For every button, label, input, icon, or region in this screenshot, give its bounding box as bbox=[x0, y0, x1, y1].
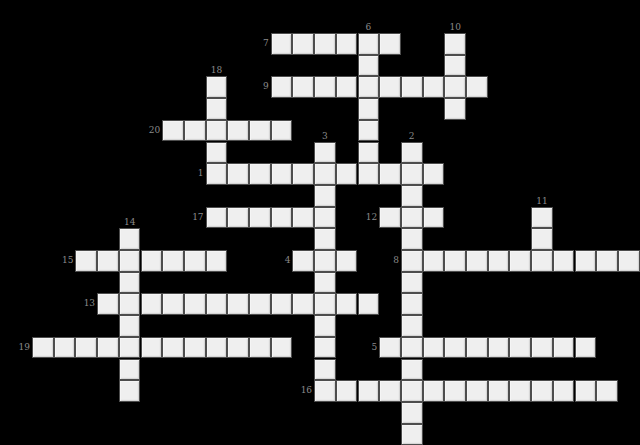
clue-number-down-3: 3 bbox=[314, 131, 336, 141]
cell-r4c9[interactable] bbox=[206, 98, 228, 120]
cell-r8c14[interactable] bbox=[314, 185, 336, 207]
cell-r6c16[interactable] bbox=[358, 142, 380, 164]
cell-r3c12[interactable] bbox=[271, 76, 293, 98]
clue-number-across-12: 12 bbox=[362, 207, 377, 229]
cell-r19c18[interactable] bbox=[401, 424, 423, 445]
cell-r11c28[interactable] bbox=[618, 250, 640, 272]
cell-r9c11[interactable] bbox=[249, 207, 271, 229]
cell-r9c24[interactable] bbox=[531, 207, 553, 229]
cell-r11c13[interactable] bbox=[292, 250, 314, 272]
cell-r15c7[interactable] bbox=[162, 337, 184, 359]
cell-r5c12[interactable] bbox=[271, 120, 293, 142]
cell-r17c25[interactable] bbox=[553, 380, 575, 402]
cell-r7c16[interactable] bbox=[358, 163, 380, 185]
cell-r7c11[interactable] bbox=[249, 163, 271, 185]
cell-r5c8[interactable] bbox=[184, 120, 206, 142]
cell-r13c6[interactable] bbox=[141, 293, 163, 315]
cell-r3c9[interactable] bbox=[206, 76, 228, 98]
cell-r7c12[interactable] bbox=[271, 163, 293, 185]
cell-r15c12[interactable] bbox=[271, 337, 293, 359]
clue-number-down-6: 6 bbox=[358, 22, 380, 32]
cell-r2c20[interactable] bbox=[444, 55, 466, 77]
clue-number-across-15: 15 bbox=[58, 250, 73, 272]
cell-r3c18[interactable] bbox=[401, 76, 423, 98]
cell-r17c17[interactable] bbox=[379, 380, 401, 402]
cell-r5c9[interactable] bbox=[206, 120, 228, 142]
cell-r15c19[interactable] bbox=[423, 337, 445, 359]
cell-r17c20[interactable] bbox=[444, 380, 466, 402]
cell-r12c5[interactable] bbox=[119, 272, 141, 294]
cell-r7c15[interactable] bbox=[336, 163, 358, 185]
cell-r11c7[interactable] bbox=[162, 250, 184, 272]
cell-r11c26[interactable] bbox=[575, 250, 597, 272]
cell-r14c5[interactable] bbox=[119, 315, 141, 337]
cell-r3c19[interactable] bbox=[423, 76, 445, 98]
cell-r3c16[interactable] bbox=[358, 76, 380, 98]
cell-r17c22[interactable] bbox=[488, 380, 510, 402]
cell-r1c20[interactable] bbox=[444, 33, 466, 55]
cell-r3c20[interactable] bbox=[444, 76, 466, 98]
cell-r13c4[interactable] bbox=[97, 293, 119, 315]
cell-r13c15[interactable] bbox=[336, 293, 358, 315]
clue-number-across-13: 13 bbox=[80, 293, 95, 315]
crossword-board: 7920117121548131951661018321114 bbox=[0, 0, 640, 445]
cell-r18c18[interactable] bbox=[401, 402, 423, 424]
cell-r3c13[interactable] bbox=[292, 76, 314, 98]
clue-number-across-4: 4 bbox=[275, 250, 290, 272]
cell-r8c18[interactable] bbox=[401, 185, 423, 207]
cell-r11c5[interactable] bbox=[119, 250, 141, 272]
cell-r11c6[interactable] bbox=[141, 250, 163, 272]
cell-r15c4[interactable] bbox=[97, 337, 119, 359]
cell-r13c14[interactable] bbox=[314, 293, 336, 315]
cell-r12c14[interactable] bbox=[314, 272, 336, 294]
cell-r15c17[interactable] bbox=[379, 337, 401, 359]
cell-r5c16[interactable] bbox=[358, 120, 380, 142]
cell-r4c20[interactable] bbox=[444, 98, 466, 120]
cell-r13c9[interactable] bbox=[206, 293, 228, 315]
cell-r15c25[interactable] bbox=[553, 337, 575, 359]
cell-r7c18[interactable] bbox=[401, 163, 423, 185]
cell-r10c5[interactable] bbox=[119, 228, 141, 250]
cell-r5c7[interactable] bbox=[162, 120, 184, 142]
cell-r1c14[interactable] bbox=[314, 33, 336, 55]
clue-number-across-20: 20 bbox=[145, 120, 160, 142]
cell-r6c9[interactable] bbox=[206, 142, 228, 164]
cell-r17c23[interactable] bbox=[509, 380, 531, 402]
cell-r16c18[interactable] bbox=[401, 359, 423, 381]
cell-r11c19[interactable] bbox=[423, 250, 445, 272]
cell-r17c5[interactable] bbox=[119, 380, 141, 402]
clue-number-down-2: 2 bbox=[401, 131, 423, 141]
cell-r7c9[interactable] bbox=[206, 163, 228, 185]
clue-number-down-14: 14 bbox=[119, 217, 141, 227]
cell-r14c18[interactable] bbox=[401, 315, 423, 337]
clue-number-across-19: 19 bbox=[15, 337, 30, 359]
cell-r15c1[interactable] bbox=[32, 337, 54, 359]
cell-r17c16[interactable] bbox=[358, 380, 380, 402]
cell-r16c14[interactable] bbox=[314, 359, 336, 381]
cell-r13c18[interactable] bbox=[401, 293, 423, 315]
cell-r15c26[interactable] bbox=[575, 337, 597, 359]
clue-number-across-8: 8 bbox=[384, 250, 399, 272]
cell-r9c12[interactable] bbox=[271, 207, 293, 229]
clue-number-down-11: 11 bbox=[531, 196, 553, 206]
cell-r1c15[interactable] bbox=[336, 33, 358, 55]
cell-r7c14[interactable] bbox=[314, 163, 336, 185]
cell-r1c13[interactable] bbox=[292, 33, 314, 55]
cell-r17c24[interactable] bbox=[531, 380, 553, 402]
cell-r17c15[interactable] bbox=[336, 380, 358, 402]
cell-r3c15[interactable] bbox=[336, 76, 358, 98]
cell-r9c10[interactable] bbox=[227, 207, 249, 229]
cell-r7c17[interactable] bbox=[379, 163, 401, 185]
cell-r11c25[interactable] bbox=[553, 250, 575, 272]
cell-r1c12[interactable] bbox=[271, 33, 293, 55]
cell-r7c19[interactable] bbox=[423, 163, 445, 185]
cell-r15c9[interactable] bbox=[206, 337, 228, 359]
cell-r4c16[interactable] bbox=[358, 98, 380, 120]
page-background: { "game": "crossword", "puzzle_type": "c… bbox=[0, 0, 640, 445]
cell-r17c26[interactable] bbox=[575, 380, 597, 402]
cell-r11c14[interactable] bbox=[314, 250, 336, 272]
cell-r6c18[interactable] bbox=[401, 142, 423, 164]
cell-r15c18[interactable] bbox=[401, 337, 423, 359]
cell-r9c14[interactable] bbox=[314, 207, 336, 229]
cell-r17c21[interactable] bbox=[466, 380, 488, 402]
cell-r15c11[interactable] bbox=[249, 337, 271, 359]
clue-number-across-1: 1 bbox=[189, 163, 204, 185]
cell-r9c9[interactable] bbox=[206, 207, 228, 229]
cell-r9c17[interactable] bbox=[379, 207, 401, 229]
cell-r15c24[interactable] bbox=[531, 337, 553, 359]
cell-r11c9[interactable] bbox=[206, 250, 228, 272]
cell-r7c13[interactable] bbox=[292, 163, 314, 185]
cell-r17c27[interactable] bbox=[596, 380, 618, 402]
cell-r15c2[interactable] bbox=[54, 337, 76, 359]
cell-r10c24[interactable] bbox=[531, 228, 553, 250]
cell-r7c10[interactable] bbox=[227, 163, 249, 185]
clue-number-across-17: 17 bbox=[189, 207, 204, 229]
cell-r5c11[interactable] bbox=[249, 120, 271, 142]
cell-r1c17[interactable] bbox=[379, 33, 401, 55]
cell-r13c10[interactable] bbox=[227, 293, 249, 315]
cell-r15c6[interactable] bbox=[141, 337, 163, 359]
clue-number-down-18: 18 bbox=[206, 65, 228, 75]
cell-r10c14[interactable] bbox=[314, 228, 336, 250]
cell-r11c8[interactable] bbox=[184, 250, 206, 272]
cell-r15c8[interactable] bbox=[184, 337, 206, 359]
cell-r3c17[interactable] bbox=[379, 76, 401, 98]
cell-r15c23[interactable] bbox=[509, 337, 531, 359]
cell-r5c10[interactable] bbox=[227, 120, 249, 142]
cell-r10c18[interactable] bbox=[401, 228, 423, 250]
cell-r16c5[interactable] bbox=[119, 359, 141, 381]
cell-r6c14[interactable] bbox=[314, 142, 336, 164]
cell-r15c20[interactable] bbox=[444, 337, 466, 359]
cell-r3c21[interactable] bbox=[466, 76, 488, 98]
cell-r9c13[interactable] bbox=[292, 207, 314, 229]
cell-r17c18[interactable] bbox=[401, 380, 423, 402]
cell-r11c18[interactable] bbox=[401, 250, 423, 272]
cell-r13c16[interactable] bbox=[358, 293, 380, 315]
cell-r12c18[interactable] bbox=[401, 272, 423, 294]
cell-r14c14[interactable] bbox=[314, 315, 336, 337]
cell-r13c13[interactable] bbox=[292, 293, 314, 315]
cell-r13c7[interactable] bbox=[162, 293, 184, 315]
clue-number-across-16: 16 bbox=[297, 380, 312, 402]
cell-r15c21[interactable] bbox=[466, 337, 488, 359]
cell-r17c19[interactable] bbox=[423, 380, 445, 402]
clue-number-across-7: 7 bbox=[254, 33, 269, 55]
cell-r13c8[interactable] bbox=[184, 293, 206, 315]
cell-r15c3[interactable] bbox=[75, 337, 97, 359]
cell-r2c16[interactable] bbox=[358, 55, 380, 77]
cell-r13c12[interactable] bbox=[271, 293, 293, 315]
cell-r11c23[interactable] bbox=[509, 250, 531, 272]
cell-r17c14[interactable] bbox=[314, 380, 336, 402]
cell-r13c11[interactable] bbox=[249, 293, 271, 315]
cell-r9c19[interactable] bbox=[423, 207, 445, 229]
cell-r15c14[interactable] bbox=[314, 337, 336, 359]
cell-r15c5[interactable] bbox=[119, 337, 141, 359]
cell-r3c14[interactable] bbox=[314, 76, 336, 98]
cell-r13c5[interactable] bbox=[119, 293, 141, 315]
clue-number-across-5: 5 bbox=[362, 337, 377, 359]
clue-number-across-9: 9 bbox=[254, 76, 269, 98]
cell-r15c10[interactable] bbox=[227, 337, 249, 359]
cell-r11c3[interactable] bbox=[75, 250, 97, 272]
cell-r1c16[interactable] bbox=[358, 33, 380, 55]
cell-r11c21[interactable] bbox=[466, 250, 488, 272]
cell-r11c4[interactable] bbox=[97, 250, 119, 272]
cell-r15c22[interactable] bbox=[488, 337, 510, 359]
cell-r11c20[interactable] bbox=[444, 250, 466, 272]
clue-number-down-10: 10 bbox=[444, 22, 466, 32]
cell-r11c22[interactable] bbox=[488, 250, 510, 272]
cell-r11c15[interactable] bbox=[336, 250, 358, 272]
cell-r9c18[interactable] bbox=[401, 207, 423, 229]
cell-r11c27[interactable] bbox=[596, 250, 618, 272]
cell-r11c24[interactable] bbox=[531, 250, 553, 272]
